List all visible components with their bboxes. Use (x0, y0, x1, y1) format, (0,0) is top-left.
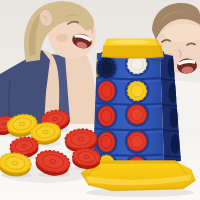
tower-slot-r1-left (96, 56, 118, 80)
tower-slot-r3-left (96, 104, 118, 128)
tower-cap (102, 39, 164, 59)
tower (89, 39, 182, 179)
tower-slot-r2-front (125, 79, 149, 103)
tower-slot-r4-left (96, 130, 118, 154)
toy-scene (0, 0, 200, 200)
tower-slot-r4-front (125, 129, 149, 153)
tower-slot-r3-front (125, 102, 149, 126)
tower-slot-r2-left (96, 79, 118, 103)
left-child-blush (56, 34, 68, 42)
product-photo (0, 0, 200, 200)
